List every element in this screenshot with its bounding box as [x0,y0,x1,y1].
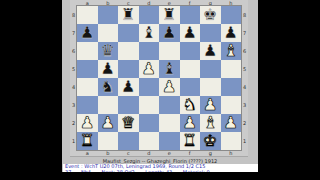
square-e1 [159,132,180,150]
file-label-h: h [221,150,242,156]
square-e8: ♜ [159,6,180,24]
rank-label-3: 3 [241,96,248,114]
file-label-g: g [200,150,221,156]
square-d3 [139,96,160,114]
square-d7: ♝ [139,24,160,42]
file-labels-bottom: abcdefgh [77,150,241,156]
square-d1 [139,132,160,150]
square-b4: ♞ [98,78,119,96]
square-b2: ♟ [98,114,119,132]
square-h4 [221,78,242,96]
square-g4 [200,78,221,96]
material-balance-label: Material: 0 [183,169,210,173]
square-a8 [77,6,98,24]
square-e7: ♟ [159,24,180,42]
square-a7: ♟ [77,24,98,42]
move-line: 37. ... Nb4 Next: 38.Qd2 Length: 43 Mate… [65,170,257,173]
square-b6: ♛ [98,42,119,60]
file-label-a: a [77,150,98,156]
chess-board: abcdefgh 87654321 ♜♜♚♟♝♟♟♟♛♟♝♟♟♝♞♟♟♞♟♟♟♛… [70,0,248,157]
square-c5 [118,60,139,78]
square-f5 [180,60,201,78]
square-g8: ♚ [200,6,221,24]
chess-panel: abcdefgh 87654321 ♜♜♚♟♝♟♟♟♛♟♝♟♟♝♞♟♟♞♟♟♟♛… [62,0,258,172]
square-e3 [159,96,180,114]
board-grid: ♜♜♚♟♝♟♟♟♛♟♝♟♟♝♞♟♟♞♟♟♟♛♟♝♟♜♜♚ [76,5,242,151]
white-pawn-d5: ♟ [142,60,156,78]
white-rook-f1: ♜ [183,132,197,150]
last-move-label: 37. ... Nb4 [65,169,91,173]
square-c4: ♟ [118,78,139,96]
white-rook-a1: ♜ [80,132,94,150]
rank-label-8: 8 [241,6,248,24]
white-bishop-h6: ♝ [224,42,238,60]
square-e5: ♝ [159,60,180,78]
white-pawn-e4: ♟ [162,78,176,96]
white-pawn-h2: ♟ [224,114,238,132]
square-a6 [77,42,98,60]
square-f2: ♟ [180,114,201,132]
square-g5 [200,60,221,78]
black-rook-c8: ♜ [121,6,135,24]
square-b1 [98,132,119,150]
square-e4: ♟ [159,78,180,96]
square-h3 [221,96,242,114]
rank-label-7: 7 [241,24,248,42]
square-f4 [180,78,201,96]
square-e6 [159,42,180,60]
square-g2: ♝ [200,114,221,132]
square-g6: ♟ [200,42,221,60]
square-c3 [118,96,139,114]
square-a1: ♜ [77,132,98,150]
square-e2 [159,114,180,132]
black-pawn-b5: ♟ [101,60,115,78]
square-a4 [77,78,98,96]
square-h6: ♝ [221,42,242,60]
square-b7 [98,24,119,42]
square-d4 [139,78,160,96]
square-h2: ♟ [221,114,242,132]
black-queen-b6: ♛ [101,42,115,60]
white-pawn-b2: ♟ [101,114,115,132]
square-g3: ♟ [200,96,221,114]
board-corner [241,150,248,156]
square-h7: ♟ [221,24,242,42]
square-b3 [98,96,119,114]
white-knight-f3: ♞ [183,96,197,114]
square-g1: ♚ [200,132,221,150]
white-pawn-a2: ♟ [80,114,94,132]
square-h1 [221,132,242,150]
square-f3: ♞ [180,96,201,114]
rank-label-1: 1 [241,132,248,150]
game-info-box: Event : WchT U20 07th, Leningrad 1969, R… [63,164,258,172]
square-b5: ♟ [98,60,119,78]
black-pawn-e7: ♟ [162,24,176,42]
next-move-label: Next: 38.Qd2 [102,169,135,173]
square-f1: ♜ [180,132,201,150]
square-d2 [139,114,160,132]
game-length-label: Length: 43 [145,169,172,173]
square-c6 [118,42,139,60]
square-f8 [180,6,201,24]
square-f6 [180,42,201,60]
black-rook-e8: ♜ [162,6,176,24]
black-pawn-h7: ♟ [224,24,238,42]
square-a5 [77,60,98,78]
video-thumbnail: abcdefgh 87654321 ♜♜♚♟♝♟♟♟♛♟♝♟♟♝♞♟♟♞♟♟♟♛… [0,0,320,180]
black-pawn-f7: ♟ [183,24,197,42]
square-g7 [200,24,221,42]
black-king-g8: ♚ [203,6,217,24]
square-a3 [77,96,98,114]
square-c2: ♛ [118,114,139,132]
rank-label-6: 6 [241,42,248,60]
board-corner [70,150,77,156]
file-label-b: b [98,150,119,156]
square-d8 [139,6,160,24]
square-c8: ♜ [118,6,139,24]
file-label-f: f [180,150,201,156]
square-c1 [118,132,139,150]
white-bishop-g2: ♝ [203,114,217,132]
black-knight-b4: ♞ [101,78,115,96]
square-f7: ♟ [180,24,201,42]
file-label-d: d [139,150,160,156]
rank-label-2: 2 [241,114,248,132]
black-bishop-e5: ♝ [162,60,176,78]
black-bishop-d7: ♝ [142,24,156,42]
square-a2: ♟ [77,114,98,132]
rank-label-5: 5 [241,60,248,78]
file-label-c: c [118,150,139,156]
square-d6 [139,42,160,60]
rank-labels-right: 87654321 [241,6,248,150]
square-h8 [221,6,242,24]
square-h5 [221,60,242,78]
white-pawn-g3: ♟ [203,96,217,114]
square-b8 [98,6,119,24]
black-pawn-c4: ♟ [121,78,135,96]
square-d5: ♟ [139,60,160,78]
white-pawn-f2: ♟ [183,114,197,132]
rank-label-4: 4 [241,78,248,96]
black-pawn-g6: ♟ [203,42,217,60]
white-king-g1: ♚ [203,132,217,150]
white-queen-c2: ♛ [121,114,135,132]
file-label-e: e [159,150,180,156]
square-c7 [118,24,139,42]
black-pawn-a7: ♟ [80,24,94,42]
